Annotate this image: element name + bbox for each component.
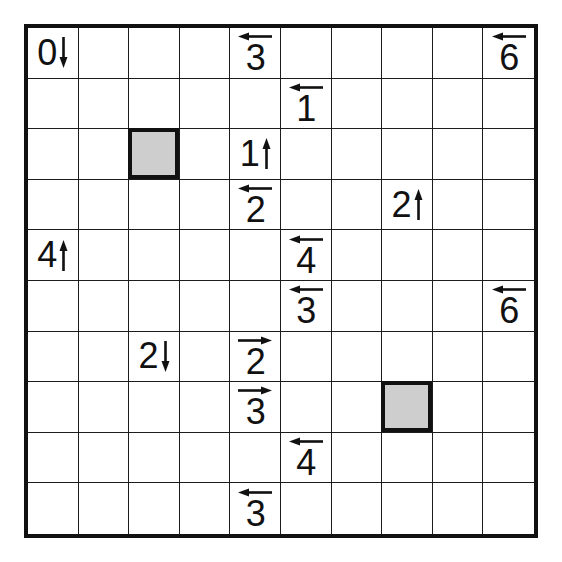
clue-cell: 6: [483, 281, 534, 331]
grid-cell[interactable]: [230, 433, 281, 484]
grid-cell[interactable]: [382, 28, 433, 79]
grid-cell[interactable]: [433, 79, 484, 130]
arrow-up-icon: [262, 138, 271, 169]
grid-cell[interactable]: [433, 129, 484, 180]
clue-cell: 2: [230, 180, 280, 230]
grid-cell[interactable]: [332, 483, 383, 534]
grid-cell: [382, 382, 433, 433]
grid-cell[interactable]: [180, 230, 231, 281]
grid-cell: 2: [230, 332, 281, 383]
grid-cell[interactable]: [483, 433, 534, 484]
grid-cell[interactable]: [28, 382, 79, 433]
grid-cell[interactable]: [129, 230, 180, 281]
grid-cell[interactable]: [433, 281, 484, 332]
grid-cell[interactable]: [332, 281, 383, 332]
grid-cell[interactable]: [483, 483, 534, 534]
clue-cell: 6: [483, 28, 534, 78]
grid-cell[interactable]: [382, 281, 433, 332]
clue-cell: 1: [230, 129, 280, 179]
gray-block: [128, 128, 179, 179]
clue-cell: 4: [281, 433, 331, 483]
grid-cell[interactable]: [180, 129, 231, 180]
grid-cell[interactable]: [433, 483, 484, 534]
clue-cell: 2: [129, 332, 179, 382]
grid-cell[interactable]: [180, 180, 231, 231]
grid-cell: 6: [483, 281, 534, 332]
grid-cell[interactable]: [433, 180, 484, 231]
grid-cell[interactable]: [230, 230, 281, 281]
grid-cell[interactable]: [79, 332, 130, 383]
grid-cell: 2: [230, 180, 281, 231]
grid-cell[interactable]: [433, 332, 484, 383]
grid-cell[interactable]: [129, 180, 180, 231]
grid-cell: 0: [28, 28, 79, 79]
grid-cell[interactable]: [79, 79, 130, 130]
grid-cell[interactable]: [332, 332, 383, 383]
grid-cell[interactable]: [483, 382, 534, 433]
grid-cell[interactable]: [129, 28, 180, 79]
clue-number: 1: [296, 93, 315, 124]
grid-cell[interactable]: [433, 433, 484, 484]
gray-block: [381, 381, 432, 432]
grid-cell: 6: [483, 28, 534, 79]
grid-cell[interactable]: [332, 230, 383, 281]
grid-cell[interactable]: [180, 382, 231, 433]
clue-number: 4: [296, 245, 315, 276]
grid-cell: 3: [230, 382, 281, 433]
clue-number: 6: [499, 295, 518, 326]
clue-cell: 3: [230, 483, 280, 534]
clue-number: 3: [246, 42, 265, 73]
grid-cell[interactable]: [382, 483, 433, 534]
arrow-up-icon: [59, 240, 68, 271]
grid-cell[interactable]: [281, 180, 332, 231]
grid-cell[interactable]: [281, 382, 332, 433]
grid-cell[interactable]: [433, 382, 484, 433]
grid-cell[interactable]: [281, 28, 332, 79]
grid-cell[interactable]: [382, 79, 433, 130]
clue-number: 6: [499, 42, 518, 73]
grid-cell[interactable]: [332, 28, 383, 79]
grid-cell[interactable]: [382, 332, 433, 383]
grid-cell[interactable]: [180, 281, 231, 332]
clue-cell: 3: [281, 281, 331, 331]
grid-cell: 4: [281, 433, 332, 484]
grid-cell[interactable]: [180, 433, 231, 484]
grid-cell[interactable]: [332, 79, 383, 130]
grid-cell[interactable]: [382, 129, 433, 180]
clue-number: 3: [246, 498, 265, 529]
grid-cell: 3: [230, 483, 281, 534]
grid-cell[interactable]: [332, 180, 383, 231]
grid-cell[interactable]: [28, 483, 79, 534]
grid-cell[interactable]: [129, 79, 180, 130]
clue-number: 2: [138, 338, 157, 374]
clue-cell: 2: [230, 332, 280, 382]
grid-cell: [129, 129, 180, 180]
grid-cell: 3: [281, 281, 332, 332]
clue-cell: 2: [382, 180, 432, 230]
clue-number: 4: [296, 447, 315, 478]
grid-cell[interactable]: [230, 79, 281, 130]
yajilin-board: 0361122443622343: [24, 24, 538, 538]
grid-cell[interactable]: [79, 433, 130, 484]
grid-cell[interactable]: [28, 129, 79, 180]
grid-cell[interactable]: [79, 230, 130, 281]
arrow-up-icon: [414, 189, 423, 220]
grid-cell[interactable]: [230, 281, 281, 332]
grid-cell[interactable]: [79, 129, 130, 180]
grid-cell[interactable]: [28, 281, 79, 332]
grid-cell[interactable]: [382, 230, 433, 281]
clue-number: 2: [246, 194, 265, 225]
grid-cell[interactable]: [129, 433, 180, 484]
clue-cell: 3: [230, 382, 280, 432]
clue-cell: 0: [28, 28, 78, 78]
grid-cell[interactable]: [483, 230, 534, 281]
clue-number: 1: [240, 136, 259, 172]
clue-cell: 4: [281, 230, 331, 280]
clue-number: 3: [296, 295, 315, 326]
grid-cell: 2: [129, 332, 180, 383]
grid-cell: 4: [28, 230, 79, 281]
grid-cell[interactable]: [281, 332, 332, 383]
grid-cell[interactable]: [129, 382, 180, 433]
grid-cell[interactable]: [483, 129, 534, 180]
grid-cell[interactable]: [180, 483, 231, 534]
clue-number: 4: [37, 237, 56, 273]
grid-cell[interactable]: [28, 433, 79, 484]
grid-cell[interactable]: [332, 433, 383, 484]
arrow-down-icon: [161, 341, 170, 372]
grid-cell[interactable]: [433, 230, 484, 281]
clue-number: 0: [37, 35, 56, 71]
grid-cell[interactable]: [281, 483, 332, 534]
clue-number: 2: [391, 187, 410, 223]
grid-cell[interactable]: [332, 382, 383, 433]
grid-cell[interactable]: [28, 79, 79, 130]
grid-cell: 4: [281, 230, 332, 281]
grid-cell: 2: [382, 180, 433, 231]
clue-cell: 1: [281, 79, 331, 129]
clue-cell: 3: [230, 28, 280, 78]
grid-cell[interactable]: [129, 281, 180, 332]
grid-cell[interactable]: [180, 28, 231, 79]
grid-cell[interactable]: [180, 79, 231, 130]
grid-cell[interactable]: [483, 79, 534, 130]
grid-cell[interactable]: [79, 28, 130, 79]
grid-cell[interactable]: [332, 129, 383, 180]
grid-cell[interactable]: [281, 129, 332, 180]
grid-cell[interactable]: [28, 180, 79, 231]
grid-cell[interactable]: [180, 332, 231, 383]
clue-number: 2: [246, 346, 265, 377]
clue-number: 3: [246, 396, 265, 427]
grid-cell[interactable]: [483, 180, 534, 231]
grid-cell[interactable]: [28, 332, 79, 383]
grid-cell[interactable]: [79, 281, 130, 332]
arrow-down-icon: [59, 37, 68, 68]
grid-cell[interactable]: [79, 483, 130, 534]
grid-cell: 1: [230, 129, 281, 180]
grid-cell: 3: [230, 28, 281, 79]
grid-cell[interactable]: [79, 180, 130, 231]
grid-cell[interactable]: [129, 483, 180, 534]
grid-cell[interactable]: [433, 28, 484, 79]
grid-cell[interactable]: [382, 433, 433, 484]
clue-cell: 4: [28, 230, 78, 280]
grid-cell[interactable]: [79, 382, 130, 433]
grid-cell[interactable]: [483, 332, 534, 383]
grid-cell: 1: [281, 79, 332, 130]
